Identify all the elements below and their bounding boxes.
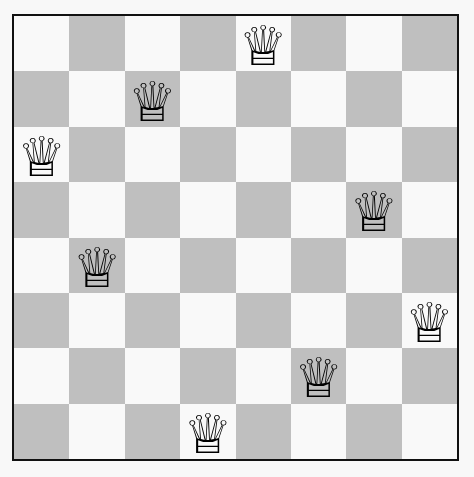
square-g6[interactable] xyxy=(346,127,401,182)
square-b7[interactable] xyxy=(69,71,124,126)
white-queen: ♕ xyxy=(405,296,454,351)
square-e2[interactable] xyxy=(236,348,291,403)
square-e6[interactable] xyxy=(236,127,291,182)
square-g1[interactable] xyxy=(346,404,401,459)
square-b6[interactable] xyxy=(69,127,124,182)
square-e5[interactable] xyxy=(236,182,291,237)
square-a2[interactable] xyxy=(14,348,69,403)
square-d8[interactable] xyxy=(180,16,235,71)
square-f5[interactable] xyxy=(291,182,346,237)
square-b3[interactable] xyxy=(69,293,124,348)
square-a6[interactable]: ♕ xyxy=(14,127,69,182)
square-f6[interactable] xyxy=(291,127,346,182)
square-h5[interactable] xyxy=(402,182,457,237)
square-h8[interactable] xyxy=(402,16,457,71)
square-f2[interactable]: ♕ xyxy=(291,348,346,403)
square-f8[interactable] xyxy=(291,16,346,71)
chessboard: ♕♕♕♕♕♕♕♕ xyxy=(12,14,459,461)
square-h7[interactable] xyxy=(402,71,457,126)
page-background: ♕♕♕♕♕♕♕♕ xyxy=(0,0,474,477)
square-f1[interactable] xyxy=(291,404,346,459)
square-a8[interactable] xyxy=(14,16,69,71)
square-e1[interactable] xyxy=(236,404,291,459)
square-d1[interactable]: ♕ xyxy=(180,404,235,459)
square-c8[interactable] xyxy=(125,16,180,71)
square-e8[interactable]: ♕ xyxy=(236,16,291,71)
square-a5[interactable] xyxy=(14,182,69,237)
square-h2[interactable] xyxy=(402,348,457,403)
square-d5[interactable] xyxy=(180,182,235,237)
square-a3[interactable] xyxy=(14,293,69,348)
square-d7[interactable] xyxy=(180,71,235,126)
square-h1[interactable] xyxy=(402,404,457,459)
square-a4[interactable] xyxy=(14,238,69,293)
square-f3[interactable] xyxy=(291,293,346,348)
square-c2[interactable] xyxy=(125,348,180,403)
square-c3[interactable] xyxy=(125,293,180,348)
white-queen: ♕ xyxy=(183,407,232,462)
white-queen: ♕ xyxy=(349,185,398,240)
square-b8[interactable] xyxy=(69,16,124,71)
square-g8[interactable] xyxy=(346,16,401,71)
square-b5[interactable] xyxy=(69,182,124,237)
square-g5[interactable]: ♕ xyxy=(346,182,401,237)
white-queen: ♕ xyxy=(72,241,121,296)
square-b1[interactable] xyxy=(69,404,124,459)
square-g4[interactable] xyxy=(346,238,401,293)
square-a1[interactable] xyxy=(14,404,69,459)
square-d4[interactable] xyxy=(180,238,235,293)
square-c1[interactable] xyxy=(125,404,180,459)
square-c5[interactable] xyxy=(125,182,180,237)
square-h4[interactable] xyxy=(402,238,457,293)
square-g3[interactable] xyxy=(346,293,401,348)
square-c6[interactable] xyxy=(125,127,180,182)
square-f7[interactable] xyxy=(291,71,346,126)
square-c7[interactable]: ♕ xyxy=(125,71,180,126)
square-d3[interactable] xyxy=(180,293,235,348)
square-c4[interactable] xyxy=(125,238,180,293)
white-queen: ♕ xyxy=(128,75,177,130)
square-e4[interactable] xyxy=(236,238,291,293)
square-d2[interactable] xyxy=(180,348,235,403)
square-f4[interactable] xyxy=(291,238,346,293)
white-queen: ♕ xyxy=(294,351,343,406)
white-queen: ♕ xyxy=(239,19,288,74)
square-b2[interactable] xyxy=(69,348,124,403)
square-b4[interactable]: ♕ xyxy=(69,238,124,293)
square-d6[interactable] xyxy=(180,127,235,182)
square-h3[interactable]: ♕ xyxy=(402,293,457,348)
square-h6[interactable] xyxy=(402,127,457,182)
square-e7[interactable] xyxy=(236,71,291,126)
square-g7[interactable] xyxy=(346,71,401,126)
white-queen: ♕ xyxy=(17,130,66,185)
square-a7[interactable] xyxy=(14,71,69,126)
square-g2[interactable] xyxy=(346,348,401,403)
square-e3[interactable] xyxy=(236,293,291,348)
